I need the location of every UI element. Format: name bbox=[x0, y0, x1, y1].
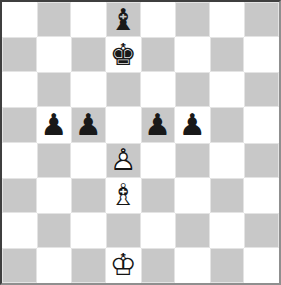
square-b8[interactable] bbox=[37, 2, 72, 37]
square-g7[interactable] bbox=[210, 37, 245, 72]
square-f4[interactable] bbox=[175, 143, 210, 178]
black-pawn[interactable]: ♟ bbox=[71, 107, 106, 142]
square-h8[interactable] bbox=[244, 2, 279, 37]
square-c2[interactable] bbox=[71, 213, 106, 248]
square-d4[interactable]: ♟♙ bbox=[106, 143, 141, 178]
square-g3[interactable] bbox=[210, 178, 245, 213]
square-a6[interactable] bbox=[2, 72, 37, 107]
square-d1[interactable]: ♚♔ bbox=[106, 248, 141, 283]
black-pawn-glyph: ♟ bbox=[37, 107, 72, 142]
square-a3[interactable] bbox=[2, 178, 37, 213]
square-g8[interactable] bbox=[210, 2, 245, 37]
square-f1[interactable] bbox=[175, 248, 210, 283]
square-g1[interactable] bbox=[210, 248, 245, 283]
black-bishop[interactable]: ♝ bbox=[106, 2, 141, 37]
square-h1[interactable] bbox=[244, 248, 279, 283]
white-king[interactable]: ♚♔ bbox=[106, 248, 141, 283]
square-g6[interactable] bbox=[210, 72, 245, 107]
square-d7[interactable]: ♚ bbox=[106, 37, 141, 72]
square-c6[interactable] bbox=[71, 72, 106, 107]
black-king[interactable]: ♚ bbox=[106, 37, 141, 72]
square-c8[interactable] bbox=[71, 2, 106, 37]
square-c1[interactable] bbox=[71, 248, 106, 283]
square-h5[interactable] bbox=[244, 107, 279, 142]
square-c4[interactable] bbox=[71, 143, 106, 178]
square-c7[interactable] bbox=[71, 37, 106, 72]
square-f3[interactable] bbox=[175, 178, 210, 213]
square-d6[interactable] bbox=[106, 72, 141, 107]
square-a5[interactable] bbox=[2, 107, 37, 142]
square-f2[interactable] bbox=[175, 213, 210, 248]
square-a7[interactable] bbox=[2, 37, 37, 72]
black-pawn[interactable]: ♟ bbox=[175, 107, 210, 142]
square-e8[interactable] bbox=[141, 2, 176, 37]
square-a1[interactable] bbox=[2, 248, 37, 283]
square-f7[interactable] bbox=[175, 37, 210, 72]
square-a2[interactable] bbox=[2, 213, 37, 248]
square-e1[interactable] bbox=[141, 248, 176, 283]
square-d3[interactable]: ♝♗ bbox=[106, 178, 141, 213]
black-pawn-glyph: ♟ bbox=[175, 107, 210, 142]
square-h7[interactable] bbox=[244, 37, 279, 72]
square-b1[interactable] bbox=[37, 248, 72, 283]
square-h4[interactable] bbox=[244, 143, 279, 178]
white-pawn[interactable]: ♟♙ bbox=[106, 143, 141, 178]
square-b6[interactable] bbox=[37, 72, 72, 107]
square-d8[interactable]: ♝ bbox=[106, 2, 141, 37]
square-e2[interactable] bbox=[141, 213, 176, 248]
white-bishop-glyph: ♗ bbox=[106, 178, 141, 213]
square-b2[interactable] bbox=[37, 213, 72, 248]
square-d2[interactable] bbox=[106, 213, 141, 248]
square-h3[interactable] bbox=[244, 178, 279, 213]
black-pawn[interactable]: ♟ bbox=[37, 107, 72, 142]
square-h6[interactable] bbox=[244, 72, 279, 107]
square-f6[interactable] bbox=[175, 72, 210, 107]
square-e4[interactable] bbox=[141, 143, 176, 178]
square-c3[interactable] bbox=[71, 178, 106, 213]
square-a8[interactable] bbox=[2, 2, 37, 37]
square-f8[interactable] bbox=[175, 2, 210, 37]
square-g4[interactable] bbox=[210, 143, 245, 178]
white-pawn-glyph: ♙ bbox=[106, 143, 141, 178]
square-e7[interactable] bbox=[141, 37, 176, 72]
square-b3[interactable] bbox=[37, 178, 72, 213]
chess-board: ♝♚♟♟♟♟♟♙♝♗♚♔ bbox=[0, 0, 281, 285]
white-bishop[interactable]: ♝♗ bbox=[106, 178, 141, 213]
square-f5[interactable]: ♟ bbox=[175, 107, 210, 142]
black-pawn-glyph: ♟ bbox=[141, 107, 176, 142]
square-a4[interactable] bbox=[2, 143, 37, 178]
square-g2[interactable] bbox=[210, 213, 245, 248]
square-b5[interactable]: ♟ bbox=[37, 107, 72, 142]
square-e3[interactable] bbox=[141, 178, 176, 213]
square-c5[interactable]: ♟ bbox=[71, 107, 106, 142]
square-b4[interactable] bbox=[37, 143, 72, 178]
black-king-glyph: ♚ bbox=[106, 37, 141, 72]
square-e6[interactable] bbox=[141, 72, 176, 107]
black-pawn[interactable]: ♟ bbox=[141, 107, 176, 142]
square-h2[interactable] bbox=[244, 213, 279, 248]
square-e5[interactable]: ♟ bbox=[141, 107, 176, 142]
black-bishop-glyph: ♝ bbox=[106, 2, 141, 37]
square-d5[interactable] bbox=[106, 107, 141, 142]
chess-diagram: ♝♚♟♟♟♟♟♙♝♗♚♔ bbox=[0, 0, 281, 285]
white-king-glyph: ♔ bbox=[106, 248, 141, 283]
black-pawn-glyph: ♟ bbox=[71, 107, 106, 142]
square-g5[interactable] bbox=[210, 107, 245, 142]
square-b7[interactable] bbox=[37, 37, 72, 72]
